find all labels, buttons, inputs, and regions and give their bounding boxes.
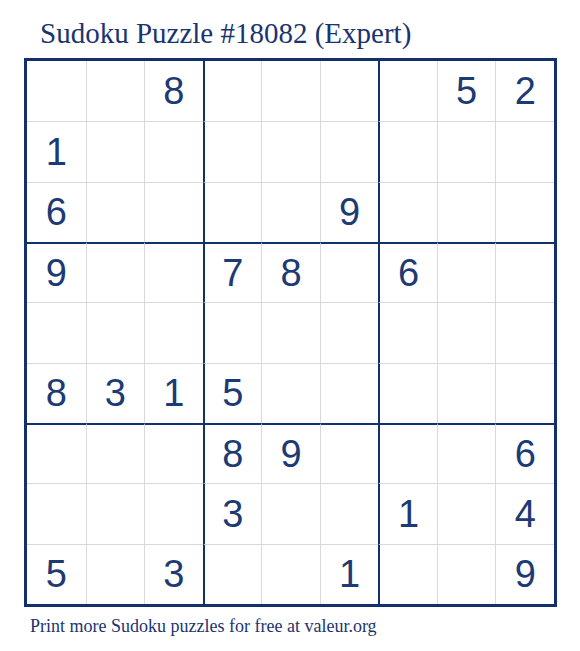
sudoku-cell-r3c4[interactable] [203, 182, 262, 242]
sudoku-cell-r3c7[interactable] [378, 182, 437, 242]
sudoku-cell-r4c5[interactable]: 8 [261, 242, 320, 302]
sudoku-cell-r5c9[interactable] [495, 302, 554, 362]
sudoku-cell-r7c1[interactable] [27, 423, 86, 483]
puzzle-title: Sudoku Puzzle #18082 (Expert) [40, 17, 411, 50]
sudoku-cell-r2c6[interactable] [320, 121, 379, 181]
sudoku-cell-r8c9[interactable]: 4 [495, 483, 554, 543]
sudoku-cell-r5c4[interactable] [203, 302, 262, 362]
sudoku-cell-r8c7[interactable]: 1 [378, 483, 437, 543]
sudoku-cell-r3c9[interactable] [495, 182, 554, 242]
sudoku-cell-r1c5[interactable] [261, 61, 320, 121]
sudoku-cell-r3c3[interactable] [144, 182, 203, 242]
sudoku-cell-r5c6[interactable] [320, 302, 379, 362]
sudoku-cell-r2c7[interactable] [378, 121, 437, 181]
sudoku-cell-r2c1[interactable]: 1 [27, 121, 86, 181]
sudoku-cell-r1c4[interactable] [203, 61, 262, 121]
sudoku-cell-r1c2[interactable] [86, 61, 145, 121]
sudoku-cell-r3c1[interactable]: 6 [27, 182, 86, 242]
sudoku-cell-r1c8[interactable]: 5 [437, 61, 496, 121]
sudoku-cell-r5c3[interactable] [144, 302, 203, 362]
sudoku-cell-r2c4[interactable] [203, 121, 262, 181]
sudoku-cell-r6c8[interactable] [437, 363, 496, 423]
sudoku-cell-r7c5[interactable]: 9 [261, 423, 320, 483]
sudoku-cell-r4c3[interactable] [144, 242, 203, 302]
sudoku-cell-r9c1[interactable]: 5 [27, 544, 86, 604]
sudoku-cell-r4c9[interactable] [495, 242, 554, 302]
sudoku-cell-r6c3[interactable]: 1 [144, 363, 203, 423]
sudoku-cell-r6c2[interactable]: 3 [86, 363, 145, 423]
sudoku-cell-r4c2[interactable] [86, 242, 145, 302]
sudoku-cell-r5c7[interactable] [378, 302, 437, 362]
sudoku-cell-r6c9[interactable] [495, 363, 554, 423]
sudoku-cell-r5c8[interactable] [437, 302, 496, 362]
sudoku-cell-r2c2[interactable] [86, 121, 145, 181]
sudoku-cell-r1c6[interactable] [320, 61, 379, 121]
sudoku-cell-r5c2[interactable] [86, 302, 145, 362]
sudoku-cell-r8c8[interactable] [437, 483, 496, 543]
sudoku-cell-r8c1[interactable] [27, 483, 86, 543]
sudoku-board: 852169978683158963145319 [24, 58, 557, 607]
sudoku-cell-r6c6[interactable] [320, 363, 379, 423]
sudoku-cell-r9c4[interactable] [203, 544, 262, 604]
sudoku-cell-r9c9[interactable]: 9 [495, 544, 554, 604]
sudoku-cell-r9c2[interactable] [86, 544, 145, 604]
sudoku-cell-r9c3[interactable]: 3 [144, 544, 203, 604]
sudoku-cell-r8c6[interactable] [320, 483, 379, 543]
sudoku-cell-r6c5[interactable] [261, 363, 320, 423]
sudoku-cell-r4c4[interactable]: 7 [203, 242, 262, 302]
sudoku-cell-r2c9[interactable] [495, 121, 554, 181]
sudoku-cell-r9c7[interactable] [378, 544, 437, 604]
sudoku-cell-r8c2[interactable] [86, 483, 145, 543]
sudoku-cell-r8c5[interactable] [261, 483, 320, 543]
sudoku-cell-r4c8[interactable] [437, 242, 496, 302]
sudoku-cell-r5c1[interactable] [27, 302, 86, 362]
sudoku-cell-r9c8[interactable] [437, 544, 496, 604]
sudoku-cell-r6c7[interactable] [378, 363, 437, 423]
sudoku-cell-r7c9[interactable]: 6 [495, 423, 554, 483]
footer-credit: Print more Sudoku puzzles for free at va… [30, 616, 377, 637]
sudoku-cell-r3c8[interactable] [437, 182, 496, 242]
sudoku-cell-r3c2[interactable] [86, 182, 145, 242]
sudoku-cell-r1c9[interactable]: 2 [495, 61, 554, 121]
sudoku-cell-r4c7[interactable]: 6 [378, 242, 437, 302]
sudoku-cell-r8c4[interactable]: 3 [203, 483, 262, 543]
sudoku-cell-r4c1[interactable]: 9 [27, 242, 86, 302]
sudoku-cell-r5c5[interactable] [261, 302, 320, 362]
sudoku-cell-r9c5[interactable] [261, 544, 320, 604]
sudoku-cell-r2c3[interactable] [144, 121, 203, 181]
sudoku-cell-r7c6[interactable] [320, 423, 379, 483]
sudoku-cell-r8c3[interactable] [144, 483, 203, 543]
sudoku-cell-r6c4[interactable]: 5 [203, 363, 262, 423]
sudoku-cell-r9c6[interactable]: 1 [320, 544, 379, 604]
sudoku-cell-r7c8[interactable] [437, 423, 496, 483]
sudoku-cell-r1c7[interactable] [378, 61, 437, 121]
sudoku-cell-r3c5[interactable] [261, 182, 320, 242]
sudoku-cell-r1c3[interactable]: 8 [144, 61, 203, 121]
sudoku-cell-r1c1[interactable] [27, 61, 86, 121]
sudoku-cell-r2c8[interactable] [437, 121, 496, 181]
sudoku-cell-r7c2[interactable] [86, 423, 145, 483]
sudoku-cell-r3c6[interactable]: 9 [320, 182, 379, 242]
sudoku-cell-r7c3[interactable] [144, 423, 203, 483]
sudoku-cell-r2c5[interactable] [261, 121, 320, 181]
sudoku-cell-r6c1[interactable]: 8 [27, 363, 86, 423]
sudoku-cell-r4c6[interactable] [320, 242, 379, 302]
sudoku-cell-r7c4[interactable]: 8 [203, 423, 262, 483]
sudoku-cell-r7c7[interactable] [378, 423, 437, 483]
